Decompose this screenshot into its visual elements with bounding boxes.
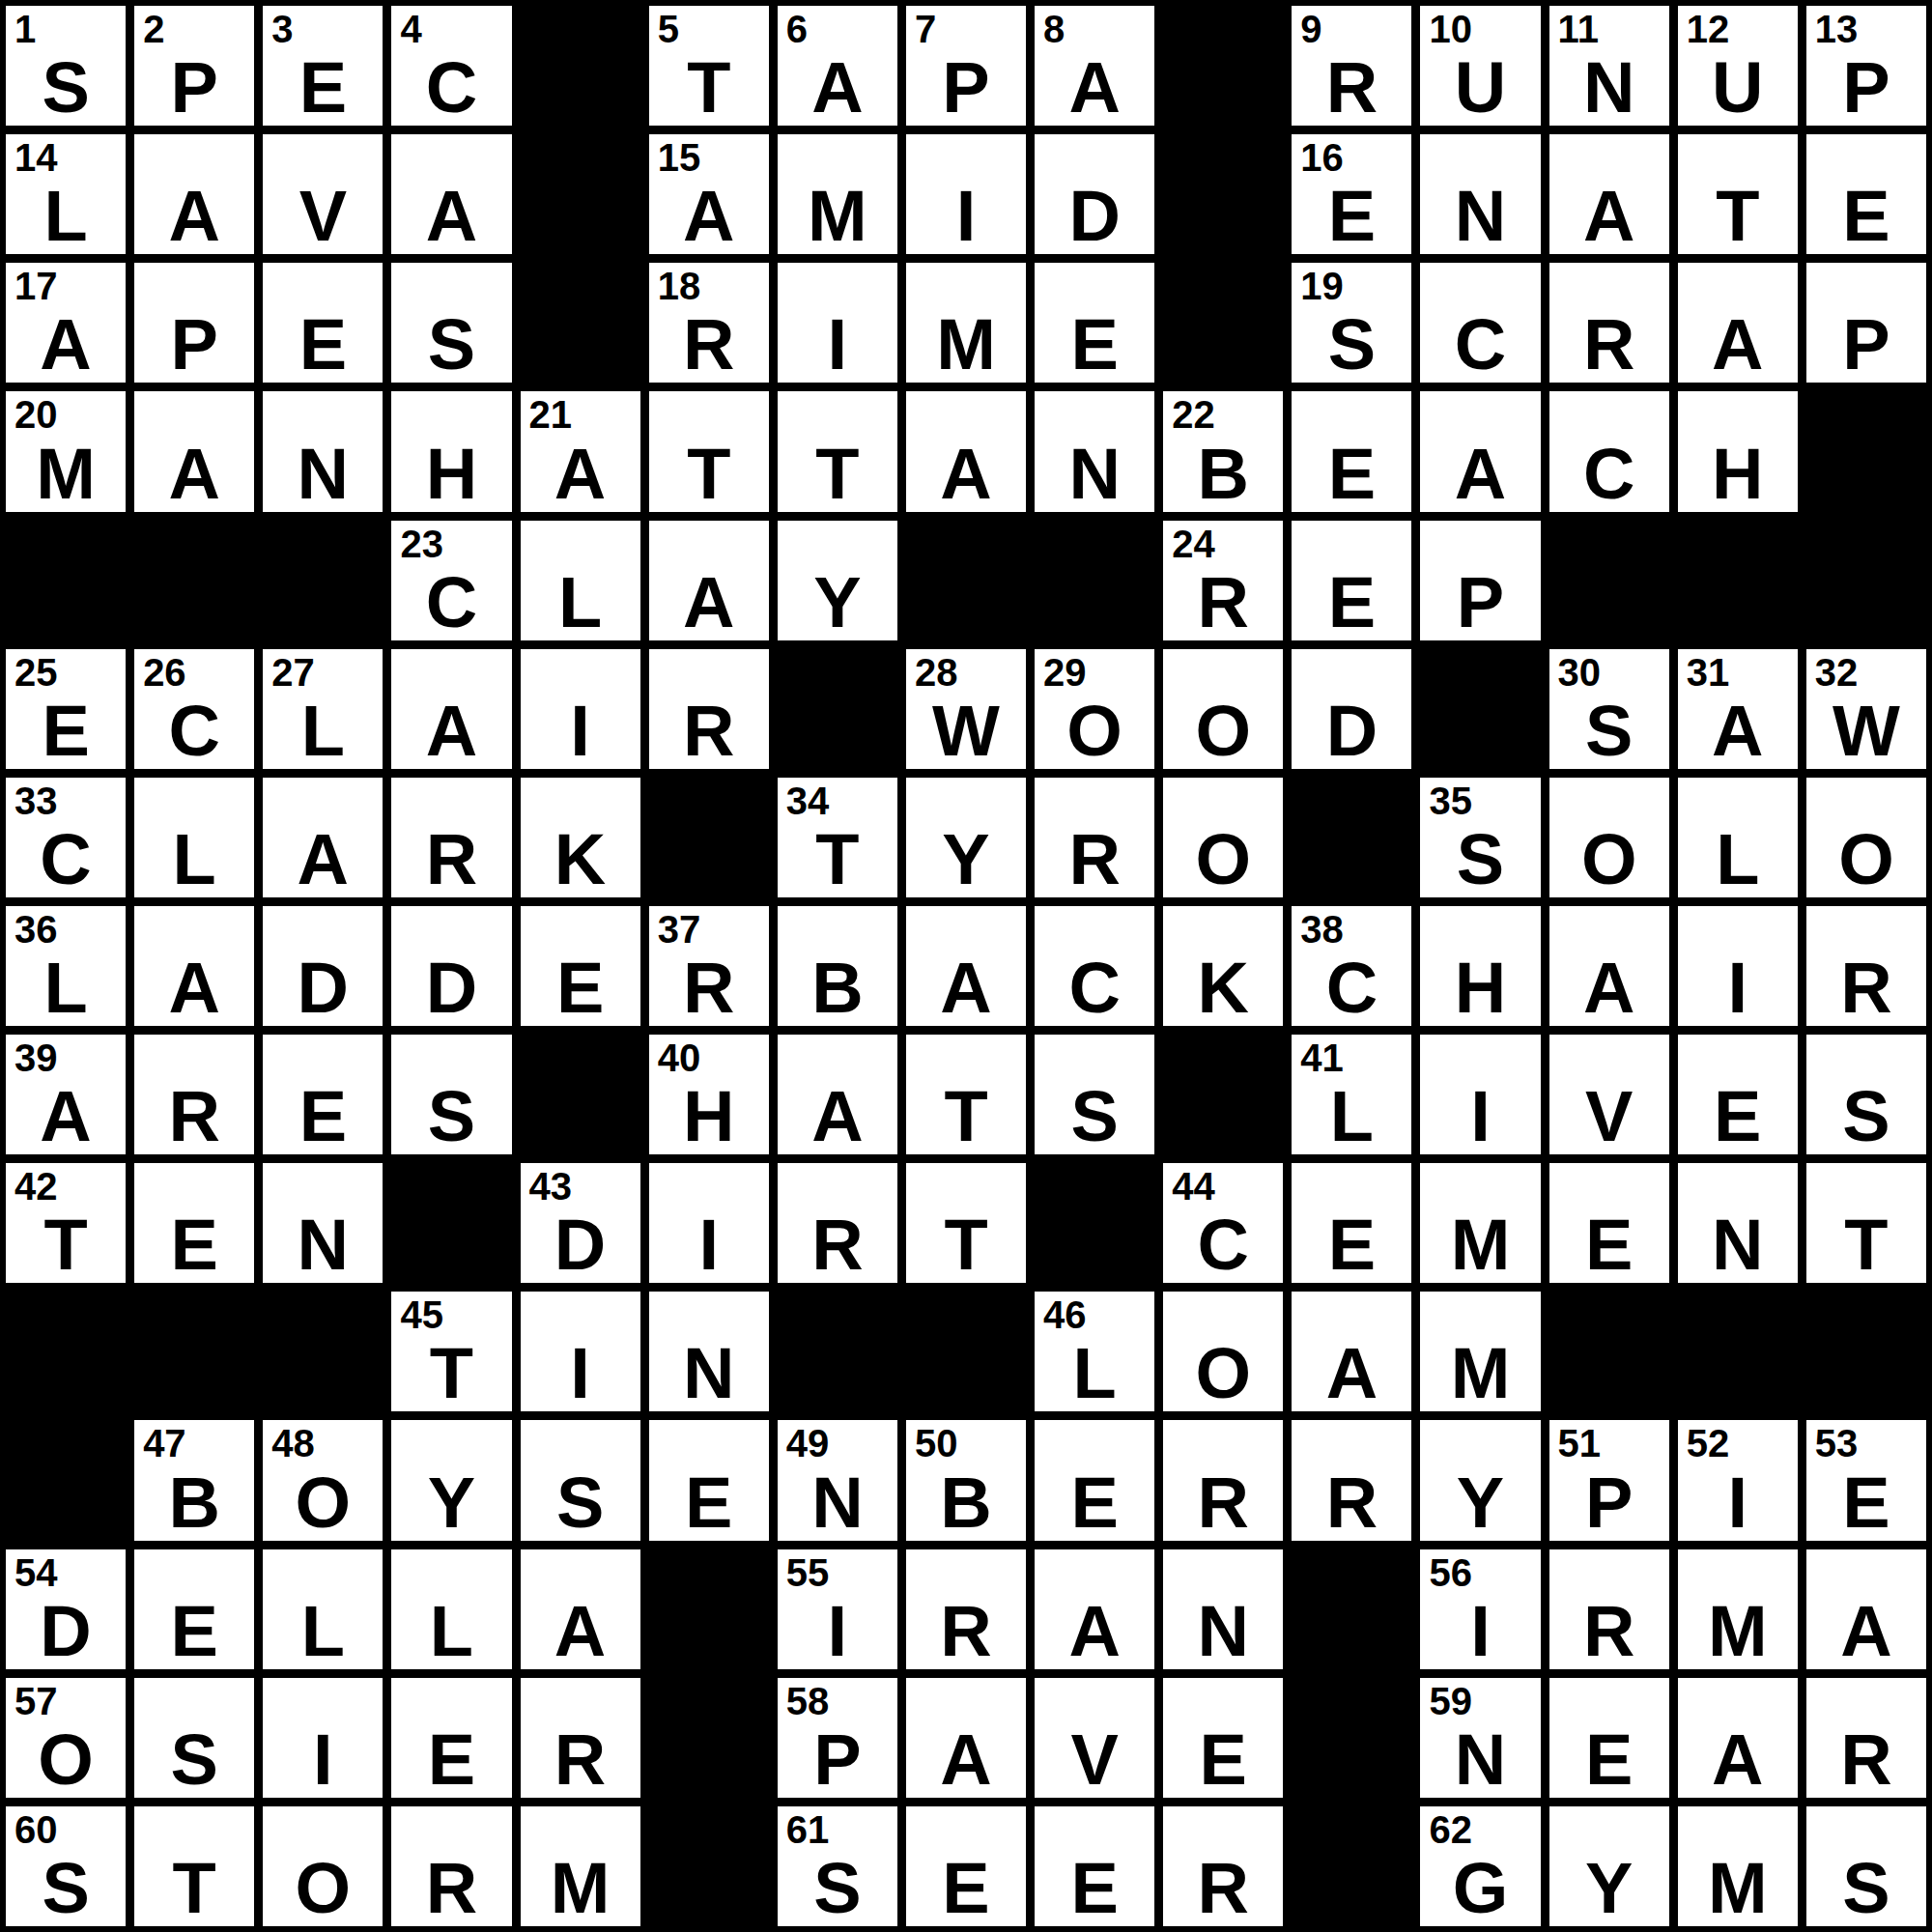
- cell-r1c7[interactable]: 6A: [778, 6, 897, 126]
- cell-r14c15[interactable]: R: [1806, 1678, 1926, 1798]
- cell-r13c9[interactable]: A: [1035, 1549, 1154, 1669]
- clue-number-12: 12: [1687, 10, 1730, 48]
- cell-letter-r10c10: C: [1163, 1209, 1283, 1281]
- cell-r7c13[interactable]: O: [1549, 778, 1669, 897]
- cell-r12c7[interactable]: 49N: [778, 1420, 897, 1540]
- cell-r5c7[interactable]: Y: [778, 521, 897, 640]
- clue-number-13: 13: [1815, 10, 1859, 48]
- cell-r3c1[interactable]: 17A: [6, 263, 126, 383]
- cell-letter-r3c4: S: [391, 309, 511, 381]
- cell-letter-r2c4: A: [391, 181, 511, 252]
- cell-r7c9[interactable]: R: [1035, 778, 1154, 897]
- cell-letter-r14c4: E: [391, 1724, 511, 1796]
- cell-r12c3[interactable]: 48O: [263, 1420, 383, 1540]
- cell-r1c6[interactable]: 5T: [649, 6, 769, 126]
- cell-r14c14[interactable]: A: [1678, 1678, 1798, 1798]
- cell-r5c4[interactable]: 23C: [391, 521, 511, 640]
- black-cell-r7c11: [1292, 778, 1411, 897]
- cell-r6c15[interactable]: 32W: [1806, 649, 1926, 769]
- cell-r6c11[interactable]: D: [1292, 649, 1411, 769]
- cell-r13c14[interactable]: M: [1678, 1549, 1798, 1669]
- cell-r5c10[interactable]: 24R: [1163, 521, 1283, 640]
- cell-letter-r5c4: C: [391, 567, 511, 639]
- cell-r11c11[interactable]: A: [1292, 1292, 1411, 1411]
- cell-r3c2[interactable]: P: [134, 263, 254, 383]
- cell-r13c3[interactable]: L: [263, 1549, 383, 1669]
- cell-letter-r8c4: D: [391, 952, 511, 1024]
- cell-letter-r9c3: E: [263, 1081, 383, 1152]
- cell-r9c11[interactable]: 41L: [1292, 1035, 1411, 1154]
- cell-r8c4[interactable]: D: [391, 906, 511, 1026]
- clue-number-54: 54: [14, 1553, 58, 1592]
- black-cell-r5c9: [1035, 521, 1154, 640]
- cell-r10c1[interactable]: 42T: [6, 1163, 126, 1283]
- cell-r1c2[interactable]: 2P: [134, 6, 254, 126]
- cell-r6c2[interactable]: 26C: [134, 649, 254, 769]
- cell-letter-r14c13: E: [1549, 1724, 1669, 1796]
- cell-letter-r4c10: B: [1163, 439, 1283, 510]
- cell-letter-r9c4: S: [391, 1081, 511, 1152]
- clue-number-50: 50: [915, 1424, 958, 1463]
- cell-r15c9[interactable]: E: [1035, 1806, 1154, 1926]
- cell-r9c12[interactable]: I: [1420, 1035, 1540, 1154]
- cell-r7c5[interactable]: K: [521, 778, 640, 897]
- cell-r7c15[interactable]: O: [1806, 778, 1926, 897]
- cell-r3c14[interactable]: A: [1678, 263, 1798, 383]
- cell-letter-r6c5: I: [521, 696, 640, 767]
- cell-r15c1[interactable]: 60S: [6, 1806, 126, 1926]
- cell-r12c6[interactable]: E: [649, 1420, 769, 1540]
- clue-number-23: 23: [400, 525, 443, 563]
- cell-r1c13[interactable]: 11N: [1549, 6, 1669, 126]
- cell-r2c12[interactable]: N: [1420, 134, 1540, 254]
- cell-r1c1[interactable]: 1S: [6, 6, 126, 126]
- clue-number-18: 18: [658, 267, 701, 305]
- cell-r3c4[interactable]: S: [391, 263, 511, 383]
- cell-r6c1[interactable]: 25E: [6, 649, 126, 769]
- cell-r9c3[interactable]: E: [263, 1035, 383, 1154]
- cell-letter-r11c10: O: [1163, 1338, 1283, 1409]
- clue-number-62: 62: [1429, 1810, 1472, 1849]
- cell-letter-r2c12: N: [1420, 181, 1540, 252]
- cell-r14c5[interactable]: R: [521, 1678, 640, 1798]
- cell-r5c11[interactable]: E: [1292, 521, 1411, 640]
- clue-number-22: 22: [1172, 395, 1215, 434]
- cell-r15c4[interactable]: R: [391, 1806, 511, 1926]
- cell-r8c5[interactable]: E: [521, 906, 640, 1026]
- cell-r7c8[interactable]: Y: [906, 778, 1026, 897]
- cell-r7c7[interactable]: 34T: [778, 778, 897, 897]
- cell-r9c2[interactable]: R: [134, 1035, 254, 1154]
- cell-r14c2[interactable]: S: [134, 1678, 254, 1798]
- cell-r10c12[interactable]: M: [1420, 1163, 1540, 1283]
- cell-r12c13[interactable]: 51P: [1549, 1420, 1669, 1540]
- cell-r4c5[interactable]: 21A: [521, 391, 640, 511]
- black-cell-r6c12: [1420, 649, 1540, 769]
- cell-letter-r6c13: S: [1549, 696, 1669, 767]
- cell-letter-r10c11: E: [1292, 1209, 1411, 1281]
- cell-r1c4[interactable]: 4C: [391, 6, 511, 126]
- cell-r1c9[interactable]: 8A: [1035, 6, 1154, 126]
- cell-letter-r8c3: D: [263, 952, 383, 1024]
- cell-r6c4[interactable]: A: [391, 649, 511, 769]
- cell-letter-r2c14: T: [1678, 181, 1798, 252]
- cell-r15c14[interactable]: M: [1678, 1806, 1798, 1926]
- cell-r12c11[interactable]: R: [1292, 1420, 1411, 1540]
- cell-r15c5[interactable]: M: [521, 1806, 640, 1926]
- clue-number-7: 7: [915, 10, 936, 48]
- cell-r9c7[interactable]: A: [778, 1035, 897, 1154]
- cell-r8c15[interactable]: R: [1806, 906, 1926, 1026]
- cell-r7c1[interactable]: 33C: [6, 778, 126, 897]
- cell-r14c4[interactable]: E: [391, 1678, 511, 1798]
- cell-r5c6[interactable]: A: [649, 521, 769, 640]
- cell-letter-r1c3: E: [263, 52, 383, 124]
- cell-letter-r6c4: A: [391, 696, 511, 767]
- cell-letter-r10c2: E: [134, 1209, 254, 1281]
- black-cell-r10c9: [1035, 1163, 1154, 1283]
- cell-r10c15[interactable]: T: [1806, 1163, 1926, 1283]
- cell-r14c13[interactable]: E: [1549, 1678, 1669, 1798]
- cell-r14c12[interactable]: 59N: [1420, 1678, 1540, 1798]
- cell-r4c4[interactable]: H: [391, 391, 511, 511]
- cell-letter-r1c7: A: [778, 52, 897, 124]
- cell-r5c5[interactable]: L: [521, 521, 640, 640]
- cell-r10c10[interactable]: 44C: [1163, 1163, 1283, 1283]
- cell-letter-r12c9: E: [1035, 1467, 1154, 1539]
- cell-r7c4[interactable]: R: [391, 778, 511, 897]
- cell-r6c8[interactable]: 28W: [906, 649, 1026, 769]
- cell-letter-r7c7: T: [778, 824, 897, 895]
- cell-r9c4[interactable]: S: [391, 1035, 511, 1154]
- cell-r11c4[interactable]: 45T: [391, 1292, 511, 1411]
- cell-r7c10[interactable]: O: [1163, 778, 1283, 897]
- cell-r13c13[interactable]: R: [1549, 1549, 1669, 1669]
- cell-r14c3[interactable]: I: [263, 1678, 383, 1798]
- black-cell-r11c7: [778, 1292, 897, 1411]
- cell-r4c3[interactable]: N: [263, 391, 383, 511]
- cell-r8c3[interactable]: D: [263, 906, 383, 1026]
- cell-r11c12[interactable]: M: [1420, 1292, 1540, 1411]
- cell-r14c8[interactable]: A: [906, 1678, 1026, 1798]
- cell-r13c1[interactable]: 54D: [6, 1549, 126, 1669]
- clue-number-60: 60: [14, 1810, 58, 1849]
- black-cell-r11c3: [263, 1292, 383, 1411]
- cell-r14c7[interactable]: 58P: [778, 1678, 897, 1798]
- cell-r12c9[interactable]: E: [1035, 1420, 1154, 1540]
- black-cell-r1c5: [521, 6, 640, 126]
- cell-r8c14[interactable]: I: [1678, 906, 1798, 1026]
- black-cell-r7c6: [649, 778, 769, 897]
- cell-r15c15[interactable]: S: [1806, 1806, 1926, 1926]
- cell-r6c10[interactable]: O: [1163, 649, 1283, 769]
- cell-letter-r4c5: A: [521, 439, 640, 510]
- cell-letter-r4c2: A: [134, 439, 254, 510]
- cell-r1c14[interactable]: 12U: [1678, 6, 1798, 126]
- cell-r14c1[interactable]: 57O: [6, 1678, 126, 1798]
- cell-letter-r3c9: E: [1035, 309, 1154, 381]
- cell-r2c15[interactable]: E: [1806, 134, 1926, 254]
- cell-letter-r7c13: O: [1549, 824, 1669, 895]
- cell-r9c13[interactable]: V: [1549, 1035, 1669, 1154]
- cell-letter-r14c15: R: [1806, 1724, 1926, 1796]
- clue-number-49: 49: [786, 1424, 830, 1463]
- cell-r2c3[interactable]: V: [263, 134, 383, 254]
- clue-number-48: 48: [271, 1424, 315, 1463]
- cell-r8c6[interactable]: 37R: [649, 906, 769, 1026]
- cell-r8c9[interactable]: C: [1035, 906, 1154, 1026]
- cell-r4c13[interactable]: C: [1549, 391, 1669, 511]
- clue-number-31: 31: [1687, 653, 1730, 692]
- cell-letter-r9c9: S: [1035, 1081, 1154, 1152]
- cell-letter-r14c9: V: [1035, 1724, 1154, 1796]
- black-cell-r11c13: [1549, 1292, 1669, 1411]
- clue-number-32: 32: [1815, 653, 1859, 692]
- cell-r4c14[interactable]: H: [1678, 391, 1798, 511]
- cell-r3c9[interactable]: E: [1035, 263, 1154, 383]
- cell-r8c1[interactable]: 36L: [6, 906, 126, 1026]
- cell-letter-r12c12: Y: [1420, 1467, 1540, 1539]
- clue-number-37: 37: [658, 910, 701, 949]
- cell-letter-r4c13: C: [1549, 439, 1669, 510]
- cell-r15c2[interactable]: T: [134, 1806, 254, 1926]
- cell-r4c9[interactable]: N: [1035, 391, 1154, 511]
- cell-r13c10[interactable]: N: [1163, 1549, 1283, 1669]
- cell-r8c7[interactable]: B: [778, 906, 897, 1026]
- cell-r11c6[interactable]: N: [649, 1292, 769, 1411]
- cell-r4c2[interactable]: A: [134, 391, 254, 511]
- cell-r11c5[interactable]: I: [521, 1292, 640, 1411]
- cell-letter-r7c1: C: [6, 824, 126, 895]
- cell-r13c5[interactable]: A: [521, 1549, 640, 1669]
- cell-letter-r12c10: R: [1163, 1467, 1283, 1539]
- cell-letter-r3c7: I: [778, 309, 897, 381]
- black-cell-r4c15: [1806, 391, 1926, 511]
- cell-r2c4[interactable]: A: [391, 134, 511, 254]
- cell-letter-r15c10: R: [1163, 1853, 1283, 1924]
- cell-r2c7[interactable]: M: [778, 134, 897, 254]
- clue-number-9: 9: [1300, 10, 1321, 48]
- cell-r2c13[interactable]: A: [1549, 134, 1669, 254]
- cell-letter-r8c14: I: [1678, 952, 1798, 1024]
- cell-r4c1[interactable]: 20M: [6, 391, 126, 511]
- cell-r9c6[interactable]: 40H: [649, 1035, 769, 1154]
- cell-r10c14[interactable]: N: [1678, 1163, 1798, 1283]
- cell-letter-r14c12: N: [1420, 1724, 1540, 1796]
- cell-letter-r15c7: S: [778, 1853, 897, 1924]
- black-cell-r9c5: [521, 1035, 640, 1154]
- cell-r12c12[interactable]: Y: [1420, 1420, 1540, 1540]
- clue-number-24: 24: [1172, 525, 1215, 563]
- cell-r6c14[interactable]: 31A: [1678, 649, 1798, 769]
- cell-r2c11[interactable]: 16E: [1292, 134, 1411, 254]
- cell-r8c10[interactable]: K: [1163, 906, 1283, 1026]
- cell-letter-r12c13: P: [1549, 1467, 1669, 1539]
- black-cell-r2c10: [1163, 134, 1283, 254]
- cell-r3c11[interactable]: 19S: [1292, 263, 1411, 383]
- cell-letter-r14c1: O: [6, 1724, 126, 1796]
- cell-r6c3[interactable]: 27L: [263, 649, 383, 769]
- cell-r15c12[interactable]: 62G: [1420, 1806, 1540, 1926]
- cell-r1c12[interactable]: 10U: [1420, 6, 1540, 126]
- cell-r6c9[interactable]: 29O: [1035, 649, 1154, 769]
- cell-letter-r7c2: L: [134, 824, 254, 895]
- cell-r14c9[interactable]: V: [1035, 1678, 1154, 1798]
- cell-letter-r5c5: L: [521, 567, 640, 639]
- cell-letter-r1c14: U: [1678, 52, 1798, 124]
- cell-r3c6[interactable]: 18R: [649, 263, 769, 383]
- cell-r4c10[interactable]: 22B: [1163, 391, 1283, 511]
- cell-r9c1[interactable]: 39A: [6, 1035, 126, 1154]
- black-cell-r5c13: [1549, 521, 1669, 640]
- cell-r6c13[interactable]: 30S: [1549, 649, 1669, 769]
- cell-r13c12[interactable]: 56I: [1420, 1549, 1540, 1669]
- cell-r3c8[interactable]: M: [906, 263, 1026, 383]
- cell-letter-r10c5: D: [521, 1209, 640, 1281]
- cell-r13c2[interactable]: E: [134, 1549, 254, 1669]
- cell-r2c9[interactable]: D: [1035, 134, 1154, 254]
- cell-r10c6[interactable]: I: [649, 1163, 769, 1283]
- cell-r3c7[interactable]: I: [778, 263, 897, 383]
- cell-r8c13[interactable]: A: [1549, 906, 1669, 1026]
- cell-r2c6[interactable]: 15A: [649, 134, 769, 254]
- cell-letter-r9c12: I: [1420, 1081, 1540, 1152]
- clue-number-55: 55: [786, 1553, 830, 1592]
- cell-r12c14[interactable]: 52I: [1678, 1420, 1798, 1540]
- cell-letter-r13c9: A: [1035, 1596, 1154, 1667]
- cell-letter-r8c5: E: [521, 952, 640, 1024]
- cell-r2c2[interactable]: A: [134, 134, 254, 254]
- cell-r15c8[interactable]: E: [906, 1806, 1026, 1926]
- cell-letter-r1c12: U: [1420, 52, 1540, 124]
- cell-r2c14[interactable]: T: [1678, 134, 1798, 254]
- cell-r13c15[interactable]: A: [1806, 1549, 1926, 1669]
- cell-r10c7[interactable]: R: [778, 1163, 897, 1283]
- cell-r15c13[interactable]: Y: [1549, 1806, 1669, 1926]
- cell-r4c12[interactable]: A: [1420, 391, 1540, 511]
- cell-r10c8[interactable]: T: [906, 1163, 1026, 1283]
- black-cell-r5c1: [6, 521, 126, 640]
- cell-letter-r7c5: K: [521, 824, 640, 895]
- cell-r4c6[interactable]: T: [649, 391, 769, 511]
- cell-r7c2[interactable]: L: [134, 778, 254, 897]
- cell-r10c5[interactable]: 43D: [521, 1163, 640, 1283]
- cell-letter-r11c6: N: [649, 1338, 769, 1409]
- cell-r9c14[interactable]: E: [1678, 1035, 1798, 1154]
- cell-r4c11[interactable]: E: [1292, 391, 1411, 511]
- cell-r3c13[interactable]: R: [1549, 263, 1669, 383]
- cell-letter-r9c13: V: [1549, 1081, 1669, 1152]
- cell-r1c8[interactable]: 7P: [906, 6, 1026, 126]
- cell-letter-r15c1: S: [6, 1853, 126, 1924]
- cell-letter-r15c8: E: [906, 1853, 1026, 1924]
- cell-r15c10[interactable]: R: [1163, 1806, 1283, 1926]
- black-cell-r11c2: [134, 1292, 254, 1411]
- cell-letter-r13c13: R: [1549, 1596, 1669, 1667]
- cell-letter-r8c1: L: [6, 952, 126, 1024]
- cell-r10c11[interactable]: E: [1292, 1163, 1411, 1283]
- cell-letter-r13c14: M: [1678, 1596, 1798, 1667]
- cell-r12c15[interactable]: 53E: [1806, 1420, 1926, 1540]
- cell-r10c13[interactable]: E: [1549, 1163, 1669, 1283]
- cell-r13c4[interactable]: L: [391, 1549, 511, 1669]
- cell-letter-r12c15: E: [1806, 1467, 1926, 1539]
- clue-number-14: 14: [14, 138, 58, 177]
- cell-letter-r6c10: O: [1163, 696, 1283, 767]
- cell-letter-r11c12: M: [1420, 1338, 1540, 1409]
- cell-r13c7[interactable]: 55I: [778, 1549, 897, 1669]
- cell-r8c12[interactable]: H: [1420, 906, 1540, 1026]
- cell-r12c5[interactable]: S: [521, 1420, 640, 1540]
- cell-r10c3[interactable]: N: [263, 1163, 383, 1283]
- cell-letter-r8c6: R: [649, 952, 769, 1024]
- cell-r8c2[interactable]: A: [134, 906, 254, 1026]
- black-cell-r14c11: [1292, 1678, 1411, 1798]
- cell-r3c12[interactable]: C: [1420, 263, 1540, 383]
- cell-r11c10[interactable]: O: [1163, 1292, 1283, 1411]
- cell-r7c14[interactable]: L: [1678, 778, 1798, 897]
- cell-r2c8[interactable]: I: [906, 134, 1026, 254]
- cell-letter-r7c12: S: [1420, 824, 1540, 895]
- cell-letter-r11c5: I: [521, 1338, 640, 1409]
- cell-r3c3[interactable]: E: [263, 263, 383, 383]
- cell-r9c8[interactable]: T: [906, 1035, 1026, 1154]
- cell-r2c1[interactable]: 14L: [6, 134, 126, 254]
- cell-r8c8[interactable]: A: [906, 906, 1026, 1026]
- cell-r11c9[interactable]: 46L: [1035, 1292, 1154, 1411]
- clue-number-28: 28: [915, 653, 958, 692]
- cell-r1c11[interactable]: 9R: [1292, 6, 1411, 126]
- cell-r6c5[interactable]: I: [521, 649, 640, 769]
- clue-number-51: 51: [1558, 1424, 1602, 1463]
- cell-r9c9[interactable]: S: [1035, 1035, 1154, 1154]
- cell-r1c3[interactable]: 3E: [263, 6, 383, 126]
- cell-r5c12[interactable]: P: [1420, 521, 1540, 640]
- cell-letter-r4c11: E: [1292, 439, 1411, 510]
- cell-r12c10[interactable]: R: [1163, 1420, 1283, 1540]
- cell-r14c10[interactable]: E: [1163, 1678, 1283, 1798]
- black-cell-r1c10: [1163, 6, 1283, 126]
- cell-letter-r1c4: C: [391, 52, 511, 124]
- cell-r4c7[interactable]: T: [778, 391, 897, 511]
- black-cell-r15c6: [649, 1806, 769, 1926]
- cell-r6c6[interactable]: R: [649, 649, 769, 769]
- cell-r9c15[interactable]: S: [1806, 1035, 1926, 1154]
- cell-r12c2[interactable]: 47B: [134, 1420, 254, 1540]
- cell-letter-r14c2: S: [134, 1724, 254, 1796]
- cell-r12c4[interactable]: Y: [391, 1420, 511, 1540]
- cell-r13c8[interactable]: R: [906, 1549, 1026, 1669]
- cell-letter-r9c14: E: [1678, 1081, 1798, 1152]
- cell-letter-r15c4: R: [391, 1853, 511, 1924]
- cell-letter-r6c3: L: [263, 696, 383, 767]
- cell-letter-r1c15: P: [1806, 52, 1926, 124]
- cell-r3c15[interactable]: P: [1806, 263, 1926, 383]
- cell-r8c11[interactable]: 38C: [1292, 906, 1411, 1026]
- cell-r4c8[interactable]: A: [906, 391, 1026, 511]
- cell-letter-r6c15: W: [1806, 696, 1926, 767]
- clue-number-21: 21: [529, 395, 573, 434]
- cell-r15c7[interactable]: 61S: [778, 1806, 897, 1926]
- clue-number-26: 26: [143, 653, 186, 692]
- cell-r7c3[interactable]: A: [263, 778, 383, 897]
- cell-r12c8[interactable]: 50B: [906, 1420, 1026, 1540]
- cell-r1c15[interactable]: 13P: [1806, 6, 1926, 126]
- cell-r15c3[interactable]: O: [263, 1806, 383, 1926]
- cell-letter-r9c11: L: [1292, 1081, 1411, 1152]
- cell-r7c12[interactable]: 35S: [1420, 778, 1540, 897]
- cell-r10c2[interactable]: E: [134, 1163, 254, 1283]
